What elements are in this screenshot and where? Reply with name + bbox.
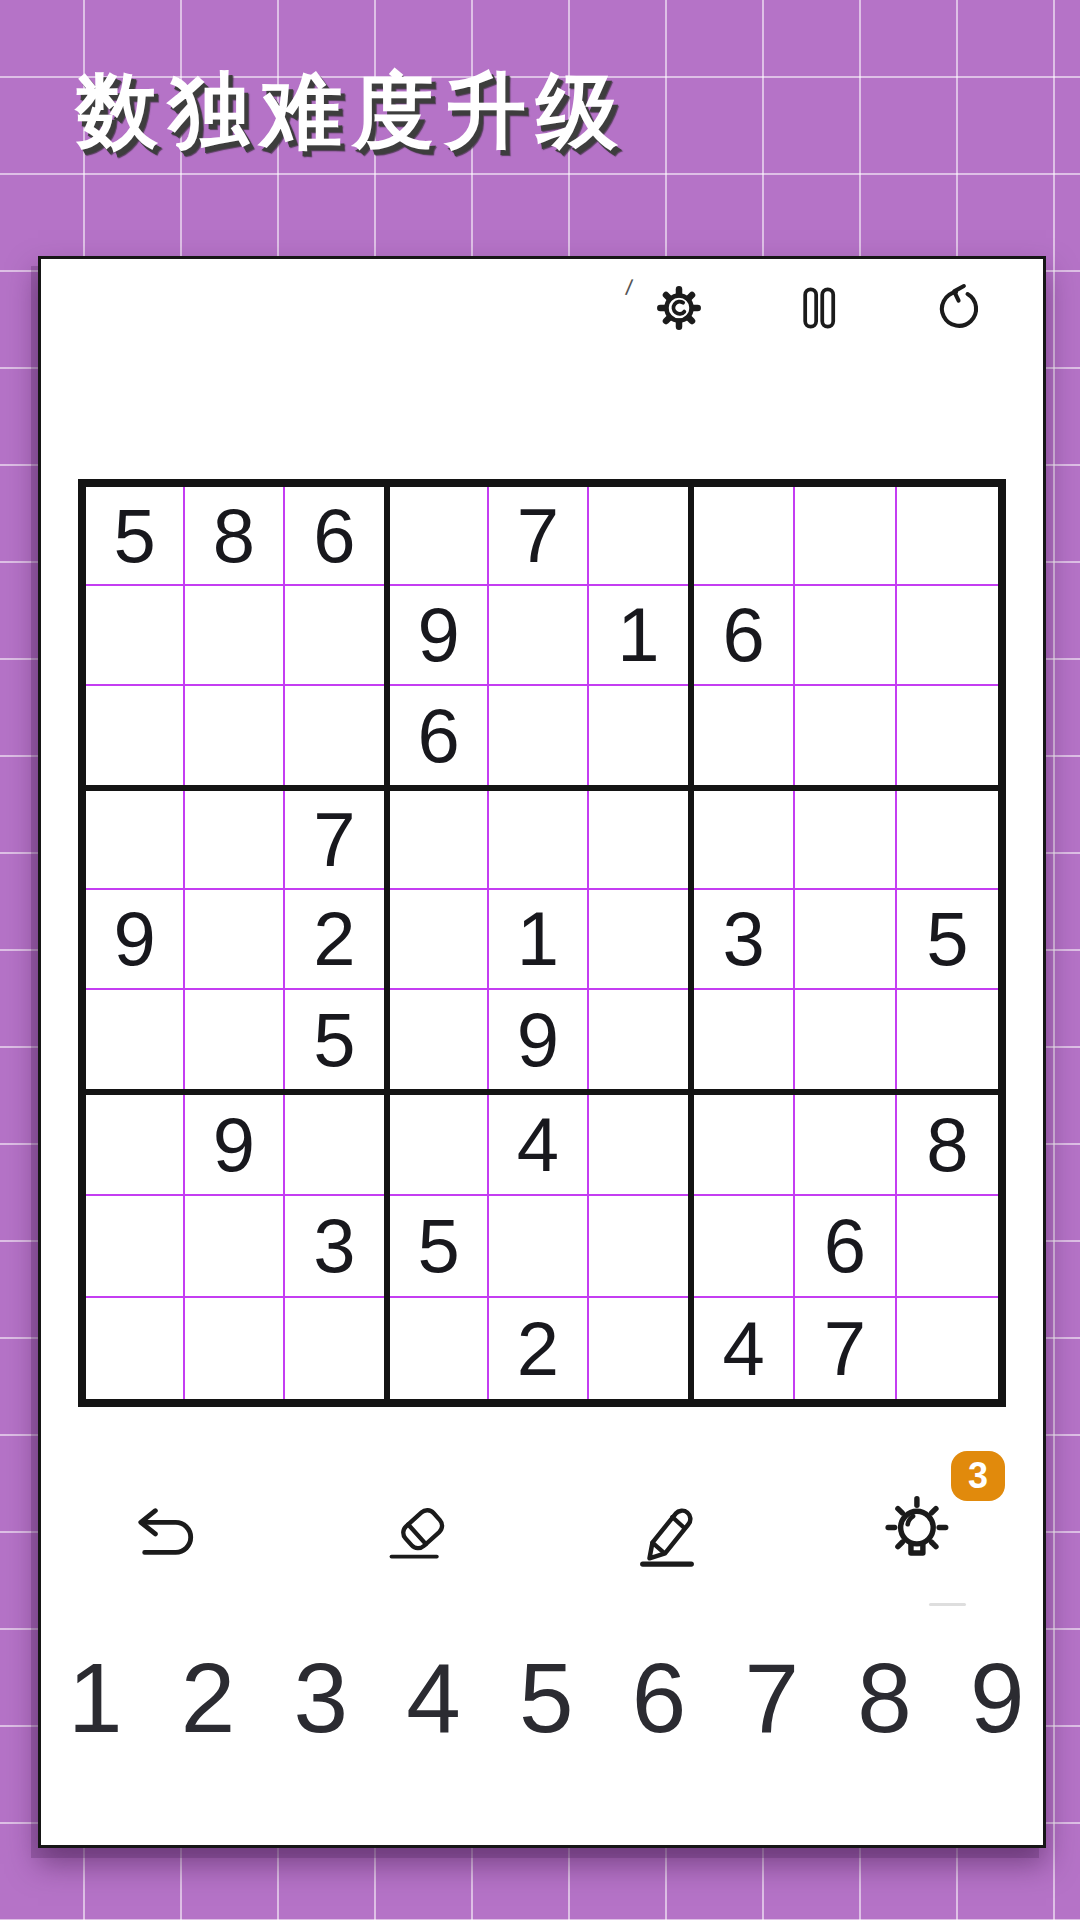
cell-r9c7[interactable]: 4 <box>694 1298 795 1399</box>
number-pad: 123456789 <box>41 1647 1043 1750</box>
game-card: / <box>38 256 1046 1848</box>
cell-r8c5[interactable] <box>489 1196 588 1297</box>
pause-button[interactable] <box>793 282 845 334</box>
cell-r3c3[interactable] <box>285 686 384 785</box>
cell-r1c6[interactable] <box>589 487 688 586</box>
cell-r6c1[interactable] <box>86 990 185 1089</box>
cell-r2c7[interactable]: 6 <box>694 586 795 685</box>
cell-r4c1[interactable] <box>86 791 185 890</box>
cell-r8c7[interactable] <box>694 1196 795 1297</box>
numpad-key-3[interactable]: 3 <box>294 1647 340 1750</box>
box-1: 7916 <box>390 487 694 791</box>
cell-r9c4[interactable] <box>390 1298 489 1399</box>
cell-r6c6[interactable] <box>589 990 688 1089</box>
numpad-key-5[interactable]: 5 <box>519 1647 565 1750</box>
cell-r7c6[interactable] <box>589 1095 688 1196</box>
numpad-key-1[interactable]: 1 <box>68 1647 114 1750</box>
cell-r5c5[interactable]: 1 <box>489 890 588 989</box>
cell-r7c1[interactable] <box>86 1095 185 1196</box>
cell-r9c5[interactable]: 2 <box>489 1298 588 1399</box>
cell-r3c1[interactable] <box>86 686 185 785</box>
lightbulb-icon <box>880 1495 956 1571</box>
page-title: 数独难度升级 <box>76 62 628 160</box>
cell-r6c4[interactable] <box>390 990 489 1089</box>
hint-underline <box>929 1603 966 1606</box>
cell-r4c2[interactable] <box>185 791 284 890</box>
hint-count-badge: 3 <box>951 1451 1005 1501</box>
cell-r2c8[interactable] <box>795 586 896 685</box>
cell-r8c2[interactable] <box>185 1196 284 1297</box>
cell-r2c3[interactable] <box>285 586 384 685</box>
box-4: 19 <box>390 791 694 1095</box>
cell-r6c2[interactable] <box>185 990 284 1089</box>
cell-r9c6[interactable] <box>589 1298 688 1399</box>
box-6: 93 <box>86 1095 390 1399</box>
cell-r4c7[interactable] <box>694 791 795 890</box>
cell-r9c3[interactable] <box>285 1298 384 1399</box>
cell-r2c5[interactable] <box>489 586 588 685</box>
undo-icon <box>127 1502 205 1564</box>
numpad-key-6[interactable]: 6 <box>632 1647 678 1750</box>
box-5: 35 <box>694 791 998 1095</box>
cell-r3c2[interactable] <box>185 686 284 785</box>
cell-r7c4[interactable] <box>390 1095 489 1196</box>
cell-r1c9[interactable] <box>897 487 998 586</box>
settings-button[interactable] <box>653 282 705 334</box>
cell-r9c1[interactable] <box>86 1298 185 1399</box>
cell-r3c9[interactable] <box>897 686 998 785</box>
numpad-key-7[interactable]: 7 <box>745 1647 791 1750</box>
cell-r5c6[interactable] <box>589 890 688 989</box>
box-8: 8647 <box>694 1095 998 1399</box>
numpad-key-2[interactable]: 2 <box>181 1647 227 1750</box>
cell-r8c1[interactable] <box>86 1196 185 1297</box>
cell-r3c7[interactable] <box>694 686 795 785</box>
tool-row: 3 <box>41 1485 1043 1581</box>
cell-r9c8[interactable]: 7 <box>795 1298 896 1399</box>
pencil-button[interactable] <box>619 1485 715 1581</box>
numpad-key-4[interactable]: 4 <box>406 1647 452 1750</box>
cell-r2c4[interactable]: 9 <box>390 586 489 685</box>
numpad-key-9[interactable]: 9 <box>970 1647 1016 1750</box>
box-0: 586 <box>86 487 390 791</box>
cell-r7c5[interactable]: 4 <box>489 1095 588 1196</box>
cell-r6c8[interactable] <box>795 990 896 1089</box>
box-7: 452 <box>390 1095 694 1399</box>
cell-r8c9[interactable] <box>897 1196 998 1297</box>
cell-r5c9[interactable]: 5 <box>897 890 998 989</box>
cell-r7c7[interactable] <box>694 1095 795 1196</box>
undo-button[interactable] <box>118 1485 214 1581</box>
cell-r5c4[interactable] <box>390 890 489 989</box>
cell-r4c6[interactable] <box>589 791 688 890</box>
numpad-key-8[interactable]: 8 <box>857 1647 903 1750</box>
cell-r5c7[interactable]: 3 <box>694 890 795 989</box>
restart-button[interactable] <box>933 282 985 334</box>
cell-r5c1[interactable]: 9 <box>86 890 185 989</box>
cell-r5c2[interactable] <box>185 890 284 989</box>
cell-r2c6[interactable]: 1 <box>589 586 688 685</box>
box-3: 7925 <box>86 791 390 1095</box>
hint-button[interactable]: 3 <box>870 1485 966 1581</box>
cell-r5c3[interactable]: 2 <box>285 890 384 989</box>
cell-r4c9[interactable] <box>897 791 998 890</box>
cell-r4c8[interactable] <box>795 791 896 890</box>
cell-r7c8[interactable] <box>795 1095 896 1196</box>
cell-r3c4[interactable]: 6 <box>390 686 489 785</box>
cell-r1c5[interactable]: 7 <box>489 487 588 586</box>
eraser-icon <box>383 1499 451 1567</box>
cell-r4c3[interactable]: 7 <box>285 791 384 890</box>
cell-r7c9[interactable]: 8 <box>897 1095 998 1196</box>
cell-r1c4[interactable] <box>390 487 489 586</box>
cell-r6c3[interactable]: 5 <box>285 990 384 1089</box>
gear-icon <box>653 282 705 334</box>
app-screen: 数独难度升级 / <box>0 0 1080 1920</box>
cell-r8c3[interactable]: 3 <box>285 1196 384 1297</box>
cell-r4c4[interactable] <box>390 791 489 890</box>
cell-r1c7[interactable] <box>694 487 795 586</box>
cell-r1c3[interactable]: 6 <box>285 487 384 586</box>
cell-r2c2[interactable] <box>185 586 284 685</box>
box-2: 6 <box>694 487 998 791</box>
cell-r1c2[interactable]: 8 <box>185 487 284 586</box>
cell-r1c8[interactable] <box>795 487 896 586</box>
cell-r6c9[interactable] <box>897 990 998 1089</box>
cell-r7c3[interactable] <box>285 1095 384 1196</box>
cell-r2c1[interactable] <box>86 586 185 685</box>
cell-r3c5[interactable] <box>489 686 588 785</box>
cell-r4c5[interactable] <box>489 791 588 890</box>
cell-r7c2[interactable]: 9 <box>185 1095 284 1196</box>
sudoku-board: 5867916679251935934528647 <box>78 479 1006 1407</box>
cell-r8c6[interactable] <box>589 1196 688 1297</box>
cell-r6c5[interactable]: 9 <box>489 990 588 1089</box>
cell-r1c1[interactable]: 5 <box>86 487 185 586</box>
eraser-button[interactable] <box>369 1485 465 1581</box>
top-toolbar <box>41 282 1043 334</box>
cell-r9c2[interactable] <box>185 1298 284 1399</box>
cell-r8c4[interactable]: 5 <box>390 1196 489 1297</box>
cell-r3c6[interactable] <box>589 686 688 785</box>
cell-r6c7[interactable] <box>694 990 795 1089</box>
cell-r3c8[interactable] <box>795 686 896 785</box>
restart-icon <box>933 282 985 334</box>
pencil-icon <box>632 1497 702 1569</box>
cell-r9c9[interactable] <box>897 1298 998 1399</box>
cell-r2c9[interactable] <box>897 586 998 685</box>
pause-icon <box>793 282 845 334</box>
cell-r8c8[interactable]: 6 <box>795 1196 896 1297</box>
cell-r5c8[interactable] <box>795 890 896 989</box>
